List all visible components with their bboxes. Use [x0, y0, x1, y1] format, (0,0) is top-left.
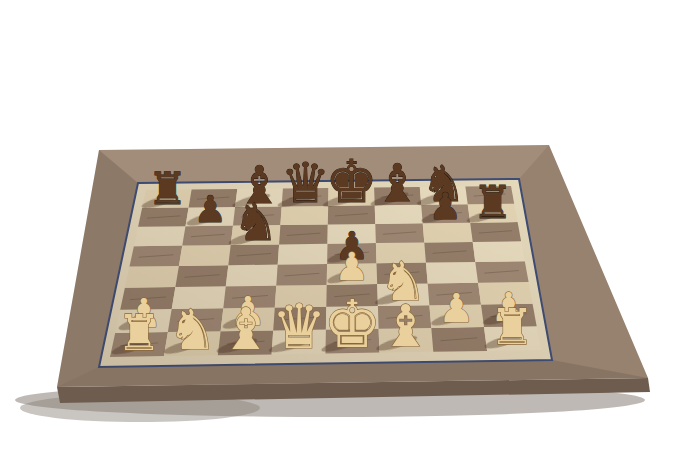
- piece-white-bishop-f1: ♝: [380, 293, 432, 360]
- piece-white-pawn-e4: ♟: [335, 244, 370, 289]
- piece-black-queen-d8: ♛: [281, 151, 330, 215]
- chess-board: Photo of a walnut and maple tournament c…: [0, 0, 700, 460]
- piece-white-knight-b1: ♞: [168, 297, 218, 362]
- piece-black-knight-c6: ♞: [233, 192, 279, 252]
- piece-white-king-e1: ♚: [323, 286, 382, 362]
- piece-black-pawn-g7: ♟: [429, 185, 462, 228]
- piece-black-rook-a8: ♜: [147, 163, 187, 214]
- piece-black-bishop-f8: ♝: [374, 153, 420, 213]
- piece-black-king-e8: ♚: [325, 148, 377, 216]
- piece-white-rook-h1: ♜: [490, 298, 535, 356]
- piece-white-rook-a1: ♜: [117, 304, 162, 362]
- piece-white-queen-d1: ♛: [272, 291, 327, 363]
- piece-black-pawn-b7: ♟: [194, 188, 227, 231]
- piece-white-pawn-g2: ♟: [439, 285, 475, 331]
- piece-black-rook-h7: ♜: [472, 176, 512, 229]
- piece-white-bishop-c1: ♝: [220, 296, 272, 363]
- product-photo: Photo of a walnut and maple tournament c…: [0, 0, 700, 460]
